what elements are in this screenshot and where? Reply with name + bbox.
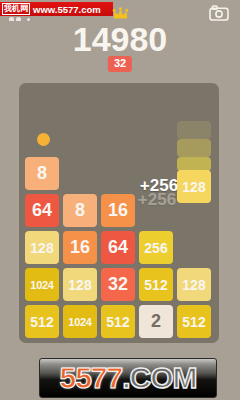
ad-site-badge: 我机网 xyxy=(2,3,30,15)
footer-site-number: 5577 xyxy=(59,361,122,395)
tile-2: 2 xyxy=(139,305,173,338)
tile-128: 128 xyxy=(177,268,211,301)
tile-16: 16 xyxy=(63,231,97,264)
tile-512: 512 xyxy=(25,305,59,338)
tile-16: 16 xyxy=(101,194,135,227)
game-screen: 我机网 www.5577.com 14980 32 128 +256 +256 … xyxy=(0,0,240,400)
score-value: 14980 xyxy=(0,20,240,59)
tile-512: 512 xyxy=(177,305,211,338)
tile-128: 128 xyxy=(63,268,97,301)
tile-64: 64 xyxy=(25,194,59,227)
falling-tile-trail-3 xyxy=(177,157,211,171)
falling-tile-trail-2 xyxy=(177,139,211,157)
board-grid[interactable]: 128 +256 +256 86481612816642561024128325… xyxy=(19,83,219,343)
next-tile-badge: 32 xyxy=(108,56,132,72)
bottom-ad-banner[interactable]: 5577 .COM xyxy=(39,358,217,398)
falling-tile-trail-1 xyxy=(177,121,211,139)
tile-64: 64 xyxy=(101,231,135,264)
tile-256: 256 xyxy=(139,231,173,264)
tile-512: 512 xyxy=(101,305,135,338)
bonus-ball xyxy=(37,133,50,146)
camera-icon[interactable] xyxy=(209,5,229,21)
crown-icon xyxy=(112,6,129,19)
score-popup-ghost: +256 xyxy=(129,191,185,208)
tile-128: 128 xyxy=(25,231,59,264)
tile-1024: 1024 xyxy=(25,268,59,301)
tile-32: 32 xyxy=(101,268,135,301)
ad-site-url: www.5577.com xyxy=(33,4,101,15)
tile-1024: 1024 xyxy=(63,305,97,338)
footer-site-domain: .COM xyxy=(122,361,196,395)
tile-8: 8 xyxy=(63,194,97,227)
tile-512: 512 xyxy=(139,268,173,301)
top-ad-banner[interactable]: 我机网 www.5577.com xyxy=(0,2,113,16)
tile-8: 8 xyxy=(25,157,59,190)
